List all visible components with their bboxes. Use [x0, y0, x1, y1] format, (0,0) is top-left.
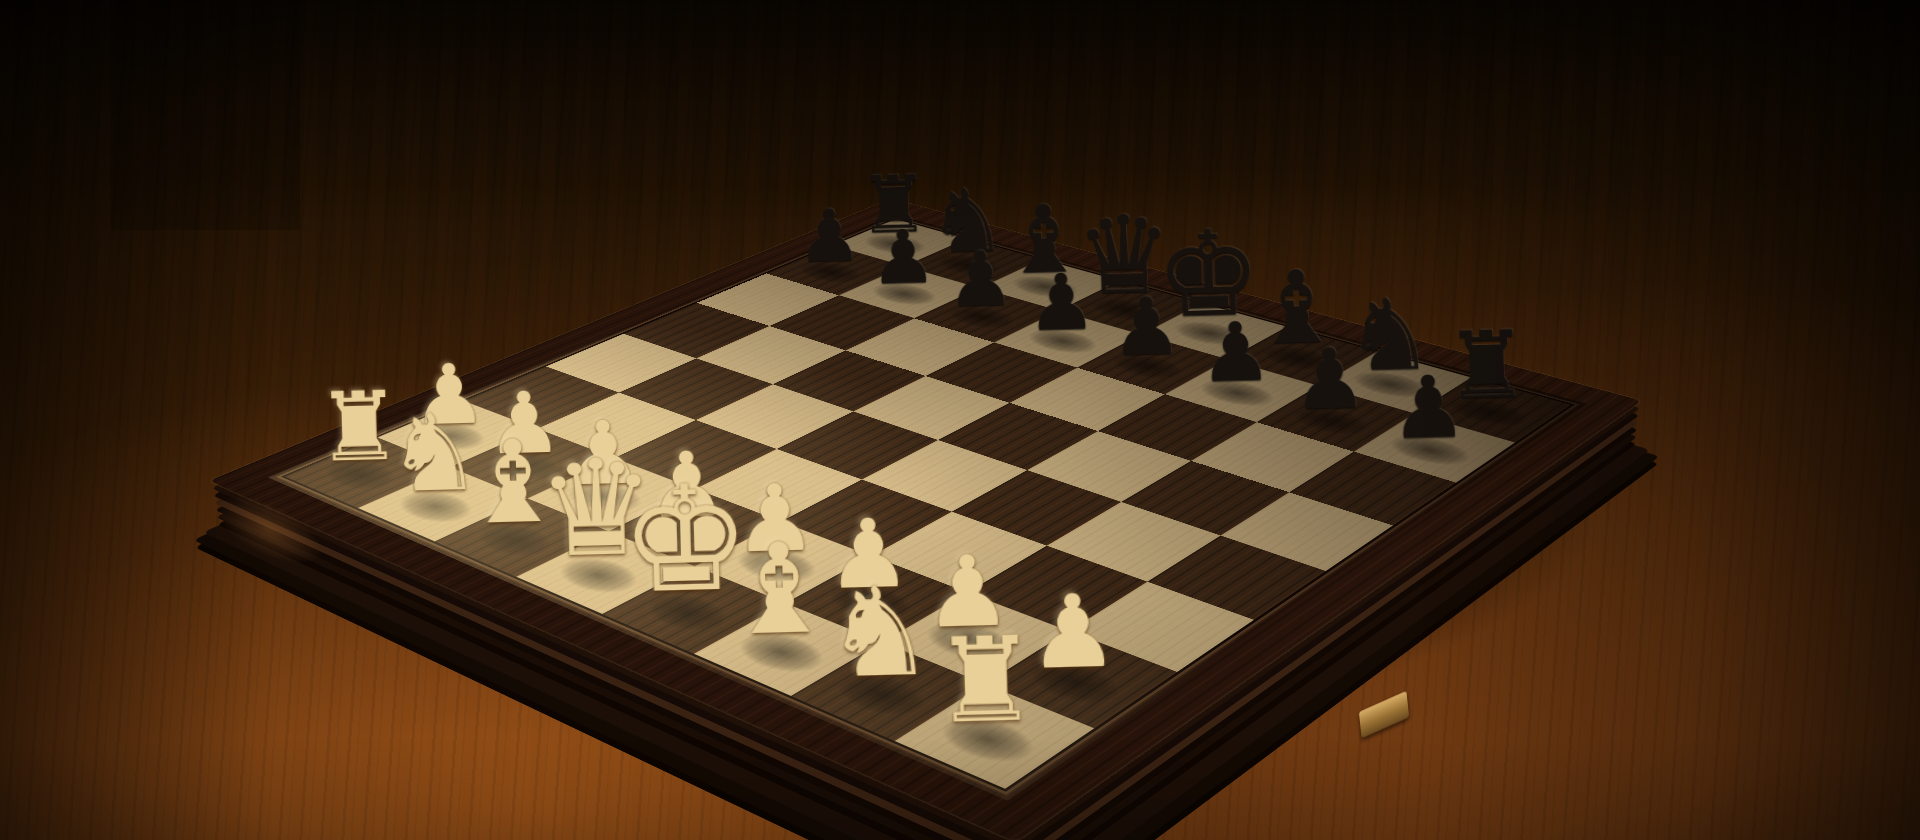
black-pawn-icon: ♟ — [1369, 363, 1487, 452]
chess-scene: ♜♞♝♛♚♝♞♜♟♟♟♟♟♟♟♟♟♟♟♟♟♟♟♟♜♞♝♛♚♝♞♜ — [417, 0, 1459, 840]
square-g6[interactable] — [1191, 422, 1354, 492]
white-rook-icon: ♜ — [913, 620, 1058, 741]
background-shade-patch — [110, 0, 300, 230]
